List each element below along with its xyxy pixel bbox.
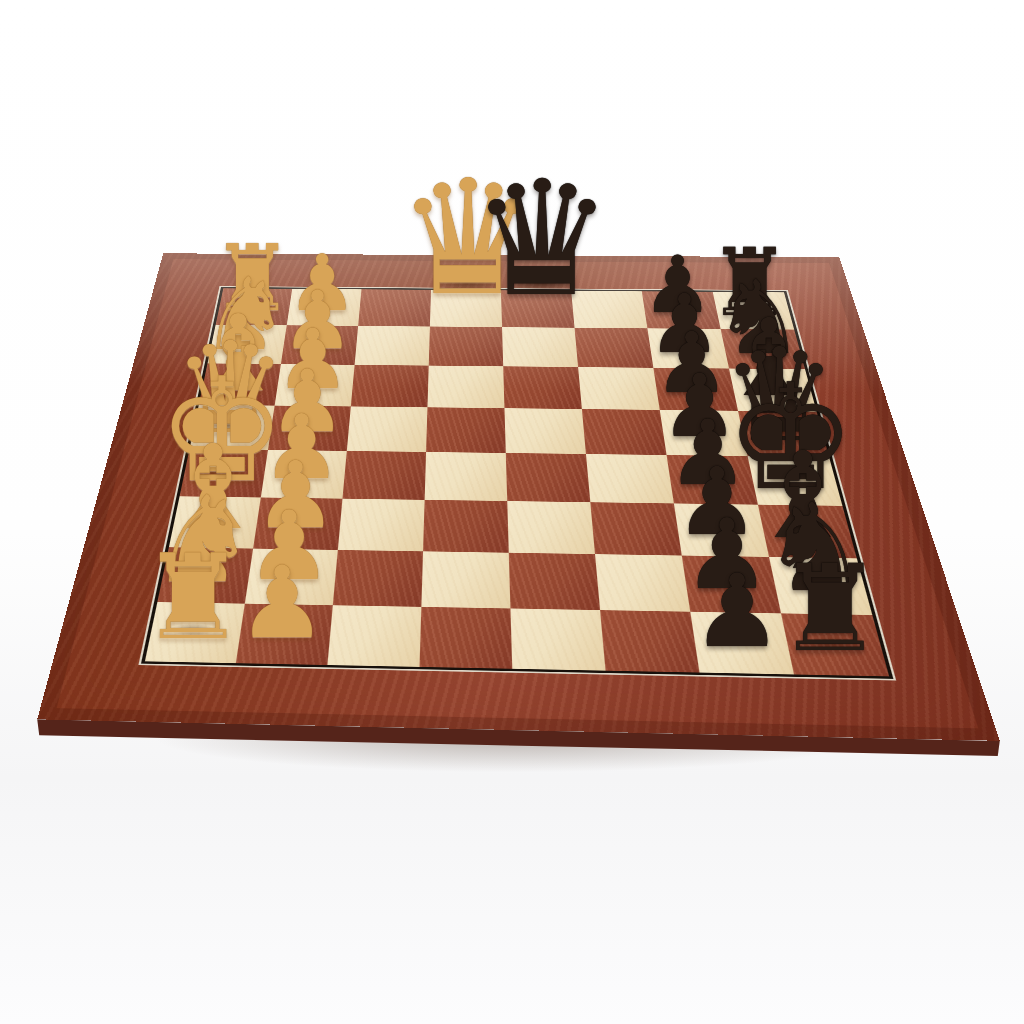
square-g3 — [333, 550, 423, 607]
square-f7 — [674, 503, 769, 557]
square-c4 — [427, 366, 504, 409]
square-a3 — [358, 289, 431, 326]
square-e4 — [425, 452, 508, 501]
square-h5 — [510, 608, 605, 670]
square-e6 — [586, 454, 674, 503]
square-h8 — [781, 613, 889, 676]
square-e3 — [342, 451, 426, 500]
square-c1 — [199, 363, 281, 405]
square-f5 — [507, 501, 595, 554]
square-a6 — [571, 291, 647, 329]
square-g5 — [509, 553, 600, 610]
square-d1 — [190, 405, 275, 450]
square-b3 — [355, 326, 430, 366]
square-g7 — [682, 556, 781, 614]
square-h7 — [690, 612, 794, 675]
square-f2 — [253, 497, 342, 549]
square-h3 — [327, 605, 421, 667]
square-b7 — [647, 328, 729, 368]
chess-board — [37, 253, 999, 740]
square-h1 — [145, 602, 245, 663]
square-c6 — [578, 367, 660, 410]
square-d5 — [504, 408, 585, 454]
square-f4 — [423, 500, 509, 553]
square-b8 — [721, 329, 805, 369]
square-e8 — [748, 456, 843, 506]
square-h4 — [420, 607, 513, 669]
square-e1 — [180, 449, 268, 498]
square-h2 — [236, 604, 333, 665]
square-a1 — [216, 288, 293, 325]
square-c2 — [275, 364, 355, 406]
square-b2 — [281, 325, 358, 365]
square-a4 — [430, 290, 502, 327]
square-c3 — [351, 365, 429, 407]
square-g2 — [245, 549, 338, 606]
square-a8 — [713, 292, 794, 330]
square-a2 — [287, 289, 362, 326]
square-d3 — [347, 406, 428, 452]
square-f8 — [758, 505, 857, 559]
square-b6 — [575, 328, 654, 368]
square-b1 — [208, 325, 287, 364]
square-c7 — [653, 368, 738, 411]
square-d8 — [738, 411, 829, 457]
square-a5 — [501, 290, 575, 327]
board-grid — [141, 287, 893, 679]
square-d6 — [582, 409, 667, 455]
square-f1 — [169, 496, 261, 548]
square-d4 — [426, 407, 506, 453]
square-e7 — [667, 455, 758, 505]
square-f6 — [590, 502, 681, 555]
square-a7 — [642, 291, 721, 329]
square-h6 — [600, 610, 699, 672]
square-c8 — [729, 369, 817, 412]
square-e5 — [506, 453, 591, 502]
square-g1 — [157, 547, 253, 603]
square-f3 — [338, 499, 425, 552]
square-g8 — [769, 557, 872, 615]
square-d2 — [268, 406, 351, 451]
square-g4 — [421, 551, 510, 608]
square-d7 — [660, 410, 748, 456]
square-b4 — [429, 327, 503, 367]
chess-set-photo-scene: ♜♞♝♛♚♝♞♜♟♟♟♟♟♟♟♟♟♟♟♟♟♟♟♟♜♞♝♛♚♝♞♜♛♛ — [0, 0, 1024, 1024]
square-e2 — [261, 450, 347, 499]
square-b5 — [502, 327, 578, 367]
square-c5 — [503, 366, 582, 409]
square-g6 — [595, 554, 690, 612]
